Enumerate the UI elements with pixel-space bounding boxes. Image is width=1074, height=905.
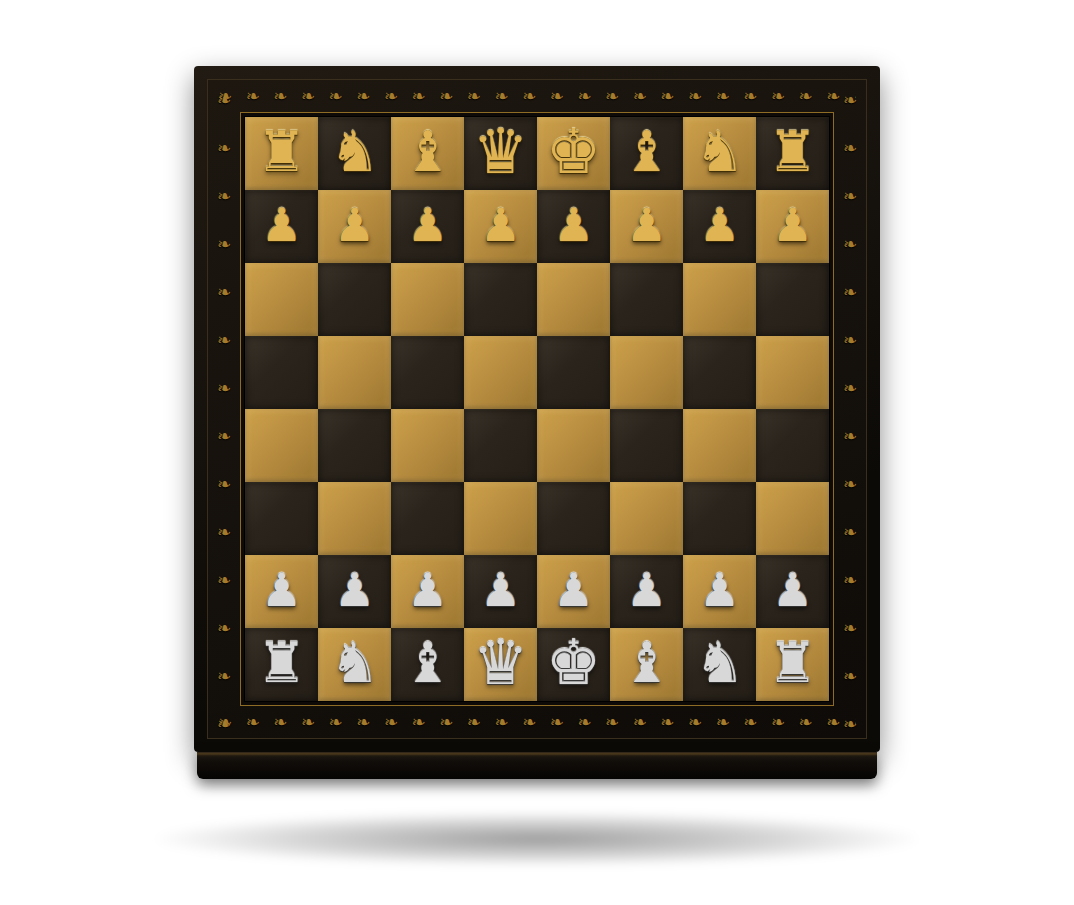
filigree-border-bottom: ❧ ❧ ❧ ❧ ❧ ❧ ❧ ❧ ❧ ❧ ❧ ❧ ❧ ❧ ❧ ❧ ❧ ❧ ❧ ❧ … (218, 707, 856, 737)
square-d4[interactable] (464, 409, 537, 482)
piece-silver-queen[interactable]: ♛ (473, 632, 529, 694)
square-d7[interactable]: ♟ (464, 190, 537, 263)
chess-board: ❧ ❧ ❧ ❧ ❧ ❧ ❧ ❧ ❧ ❧ ❧ ❧ ❧ ❧ ❧ ❧ ❧ ❧ ❧ ❧ … (194, 66, 880, 779)
square-c8[interactable]: ♝ (391, 117, 464, 190)
square-b8[interactable]: ♞ (318, 117, 391, 190)
square-f7[interactable]: ♟ (610, 190, 683, 263)
square-g4[interactable] (683, 409, 756, 482)
square-a3[interactable] (245, 482, 318, 555)
square-d3[interactable] (464, 482, 537, 555)
board-grid: ♜♞♝♛♚♝♞♜♟♟♟♟♟♟♟♟♟♟♟♟♟♟♟♟♜♞♝♛♚♝♞♜ (244, 116, 830, 702)
piece-gold-king[interactable]: ♚ (546, 121, 602, 183)
board-floor-shadow (157, 812, 917, 866)
piece-gold-pawn[interactable]: ♟ (407, 202, 448, 248)
piece-gold-pawn[interactable]: ♟ (626, 202, 667, 248)
square-c4[interactable] (391, 409, 464, 482)
piece-silver-pawn[interactable]: ♟ (480, 567, 521, 613)
piece-gold-knight[interactable]: ♞ (329, 124, 379, 180)
square-a4[interactable] (245, 409, 318, 482)
square-a7[interactable]: ♟ (245, 190, 318, 263)
square-b1[interactable]: ♞ (318, 628, 391, 701)
square-h8[interactable]: ♜ (756, 117, 829, 190)
square-f3[interactable] (610, 482, 683, 555)
filigree-border-right: ❧ ❧ ❧ ❧ ❧ ❧ ❧ ❧ ❧ ❧ ❧ ❧ ❧ ❧ ❧ ❧ ❧ ❧ ❧ ❧ … (835, 90, 865, 728)
piece-silver-pawn[interactable]: ♟ (553, 567, 594, 613)
square-a2[interactable]: ♟ (245, 555, 318, 628)
square-d5[interactable] (464, 336, 537, 409)
square-e8[interactable]: ♚ (537, 117, 610, 190)
square-g2[interactable]: ♟ (683, 555, 756, 628)
piece-gold-pawn[interactable]: ♟ (699, 202, 740, 248)
piece-silver-pawn[interactable]: ♟ (626, 567, 667, 613)
square-d2[interactable]: ♟ (464, 555, 537, 628)
board-side-edge (197, 752, 877, 779)
filigree-border-top: ❧ ❧ ❧ ❧ ❧ ❧ ❧ ❧ ❧ ❧ ❧ ❧ ❧ ❧ ❧ ❧ ❧ ❧ ❧ ❧ … (218, 81, 856, 111)
square-f5[interactable] (610, 336, 683, 409)
square-h2[interactable]: ♟ (756, 555, 829, 628)
square-b5[interactable] (318, 336, 391, 409)
piece-gold-pawn[interactable]: ♟ (261, 202, 302, 248)
filigree-border-left: ❧ ❧ ❧ ❧ ❧ ❧ ❧ ❧ ❧ ❧ ❧ ❧ ❧ ❧ ❧ ❧ ❧ ❧ ❧ ❧ … (209, 90, 239, 728)
square-c6[interactable] (391, 263, 464, 336)
square-g1[interactable]: ♞ (683, 628, 756, 701)
piece-silver-pawn[interactable]: ♟ (699, 567, 740, 613)
square-g8[interactable]: ♞ (683, 117, 756, 190)
square-e4[interactable] (537, 409, 610, 482)
piece-silver-rook[interactable]: ♜ (767, 635, 817, 691)
square-a1[interactable]: ♜ (245, 628, 318, 701)
square-g3[interactable] (683, 482, 756, 555)
piece-silver-knight[interactable]: ♞ (694, 635, 744, 691)
piece-silver-pawn[interactable]: ♟ (334, 567, 375, 613)
square-f2[interactable]: ♟ (610, 555, 683, 628)
piece-silver-bishop[interactable]: ♝ (621, 635, 671, 691)
piece-gold-queen[interactable]: ♛ (473, 121, 529, 183)
square-d1[interactable]: ♛ (464, 628, 537, 701)
square-a8[interactable]: ♜ (245, 117, 318, 190)
square-b4[interactable] (318, 409, 391, 482)
square-c5[interactable] (391, 336, 464, 409)
square-a6[interactable] (245, 263, 318, 336)
board-frame: ❧ ❧ ❧ ❧ ❧ ❧ ❧ ❧ ❧ ❧ ❧ ❧ ❧ ❧ ❧ ❧ ❧ ❧ ❧ ❧ … (194, 66, 880, 752)
piece-gold-pawn[interactable]: ♟ (553, 202, 594, 248)
square-f8[interactable]: ♝ (610, 117, 683, 190)
filigree-frame: ❧ ❧ ❧ ❧ ❧ ❧ ❧ ❧ ❧ ❧ ❧ ❧ ❧ ❧ ❧ ❧ ❧ ❧ ❧ ❧ … (207, 79, 867, 739)
square-e1[interactable]: ♚ (537, 628, 610, 701)
piece-gold-bishop[interactable]: ♝ (402, 124, 452, 180)
square-h7[interactable]: ♟ (756, 190, 829, 263)
square-g5[interactable] (683, 336, 756, 409)
square-h4[interactable] (756, 409, 829, 482)
square-h1[interactable]: ♜ (756, 628, 829, 701)
square-b2[interactable]: ♟ (318, 555, 391, 628)
square-e5[interactable] (537, 336, 610, 409)
square-h3[interactable] (756, 482, 829, 555)
piece-silver-pawn[interactable]: ♟ (772, 567, 813, 613)
board-pinstripe: ♜♞♝♛♚♝♞♜♟♟♟♟♟♟♟♟♟♟♟♟♟♟♟♟♜♞♝♛♚♝♞♜ (240, 112, 834, 706)
piece-gold-pawn[interactable]: ♟ (772, 202, 813, 248)
square-e7[interactable]: ♟ (537, 190, 610, 263)
square-b7[interactable]: ♟ (318, 190, 391, 263)
square-a5[interactable] (245, 336, 318, 409)
piece-silver-king[interactable]: ♚ (546, 632, 602, 694)
square-f4[interactable] (610, 409, 683, 482)
piece-gold-pawn[interactable]: ♟ (334, 202, 375, 248)
square-h5[interactable] (756, 336, 829, 409)
square-c2[interactable]: ♟ (391, 555, 464, 628)
product-photo-scene: ❧ ❧ ❧ ❧ ❧ ❧ ❧ ❧ ❧ ❧ ❧ ❧ ❧ ❧ ❧ ❧ ❧ ❧ ❧ ❧ … (0, 0, 1074, 905)
piece-silver-pawn[interactable]: ♟ (407, 567, 448, 613)
square-e6[interactable] (537, 263, 610, 336)
piece-gold-pawn[interactable]: ♟ (480, 202, 521, 248)
square-c1[interactable]: ♝ (391, 628, 464, 701)
square-c3[interactable] (391, 482, 464, 555)
piece-silver-pawn[interactable]: ♟ (261, 567, 302, 613)
piece-silver-bishop[interactable]: ♝ (402, 635, 452, 691)
piece-gold-rook[interactable]: ♜ (256, 124, 306, 180)
square-d6[interactable] (464, 263, 537, 336)
square-f6[interactable] (610, 263, 683, 336)
square-e2[interactable]: ♟ (537, 555, 610, 628)
square-d8[interactable]: ♛ (464, 117, 537, 190)
square-b6[interactable] (318, 263, 391, 336)
piece-gold-bishop[interactable]: ♝ (621, 124, 671, 180)
piece-silver-knight[interactable]: ♞ (329, 635, 379, 691)
square-g6[interactable] (683, 263, 756, 336)
piece-silver-rook[interactable]: ♜ (256, 635, 306, 691)
square-f1[interactable]: ♝ (610, 628, 683, 701)
square-c7[interactable]: ♟ (391, 190, 464, 263)
square-g7[interactable]: ♟ (683, 190, 756, 263)
piece-gold-rook[interactable]: ♜ (767, 124, 817, 180)
square-e3[interactable] (537, 482, 610, 555)
square-b3[interactable] (318, 482, 391, 555)
piece-gold-knight[interactable]: ♞ (694, 124, 744, 180)
square-h6[interactable] (756, 263, 829, 336)
